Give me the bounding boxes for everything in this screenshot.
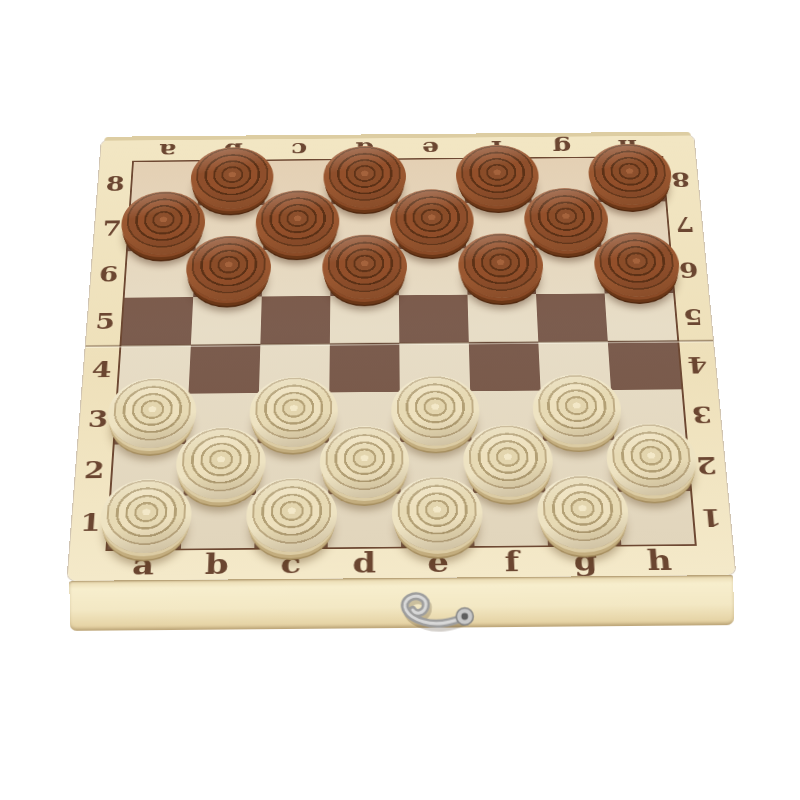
checker-light-g1[interactable] xyxy=(536,475,631,550)
checker-light-c1[interactable] xyxy=(245,478,337,553)
checker-light-c3[interactable] xyxy=(249,377,338,448)
scene: abcdefgh abcdefgh 87654321 87654321 xyxy=(0,0,800,800)
checker-light-e3[interactable] xyxy=(391,375,480,446)
board-front-edge xyxy=(69,575,733,631)
checker-dark-f8[interactable] xyxy=(455,145,540,207)
checker-dark-b6[interactable] xyxy=(185,236,272,301)
pieces-layer xyxy=(67,135,735,581)
checker-dark-f6[interactable] xyxy=(458,233,545,298)
checker-light-d2[interactable] xyxy=(319,426,409,499)
checker-light-a3[interactable] xyxy=(106,378,198,449)
checker-dark-a7[interactable] xyxy=(119,191,206,255)
checker-dark-h8[interactable] xyxy=(587,144,674,206)
checker-dark-e7[interactable] xyxy=(390,189,475,253)
checker-dark-c7[interactable] xyxy=(255,190,340,254)
checker-dark-g7[interactable] xyxy=(523,188,610,251)
checker-dark-b8[interactable] xyxy=(189,147,274,209)
checker-light-g3[interactable] xyxy=(531,374,623,445)
checker-dark-d8[interactable] xyxy=(323,146,406,208)
board-perspective-wrap: abcdefgh abcdefgh 87654321 87654321 xyxy=(67,135,735,581)
checker-light-f2[interactable] xyxy=(462,425,554,497)
checker-light-h2[interactable] xyxy=(605,423,700,495)
checker-light-a1[interactable] xyxy=(98,479,193,554)
checker-light-e1[interactable] xyxy=(392,476,484,551)
checkers-board: abcdefgh abcdefgh 87654321 87654321 xyxy=(67,135,735,581)
checker-light-b2[interactable] xyxy=(175,427,267,500)
checker-dark-d6[interactable] xyxy=(322,234,407,299)
clasp-hook-icon xyxy=(351,589,481,640)
checker-dark-h6[interactable] xyxy=(592,232,681,297)
